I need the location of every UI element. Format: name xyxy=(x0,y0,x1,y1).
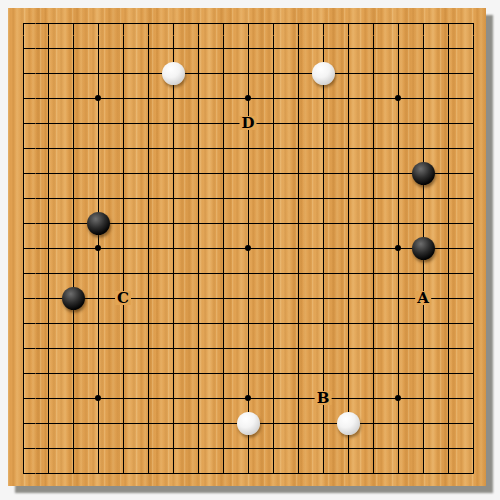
intersection[interactable] xyxy=(286,211,311,236)
intersection[interactable] xyxy=(236,411,261,436)
intersection[interactable] xyxy=(461,36,486,61)
intersection[interactable] xyxy=(361,136,386,161)
intersection[interactable] xyxy=(186,86,211,111)
intersection[interactable] xyxy=(11,161,36,186)
intersection[interactable] xyxy=(11,461,36,486)
intersection[interactable] xyxy=(36,461,61,486)
intersection[interactable] xyxy=(211,236,236,261)
intersection[interactable] xyxy=(236,311,261,336)
intersection[interactable] xyxy=(411,236,436,261)
intersection[interactable] xyxy=(136,336,161,361)
intersection[interactable]: B xyxy=(311,386,336,411)
intersection[interactable] xyxy=(161,236,186,261)
intersection[interactable] xyxy=(336,336,361,361)
intersection[interactable] xyxy=(236,11,261,36)
intersection[interactable] xyxy=(436,186,461,211)
intersection[interactable] xyxy=(161,361,186,386)
intersection[interactable] xyxy=(436,336,461,361)
intersection[interactable] xyxy=(61,261,86,286)
intersection[interactable] xyxy=(236,361,261,386)
intersection[interactable] xyxy=(411,186,436,211)
intersection[interactable] xyxy=(311,311,336,336)
intersection[interactable] xyxy=(11,86,36,111)
intersection[interactable] xyxy=(186,411,211,436)
intersection[interactable]: A xyxy=(411,286,436,311)
intersection[interactable] xyxy=(286,311,311,336)
intersection[interactable] xyxy=(361,361,386,386)
intersection[interactable] xyxy=(361,311,386,336)
intersection[interactable] xyxy=(161,136,186,161)
intersection[interactable] xyxy=(61,361,86,386)
intersection[interactable] xyxy=(111,61,136,86)
intersection[interactable] xyxy=(361,61,386,86)
intersection[interactable] xyxy=(386,286,411,311)
intersection[interactable] xyxy=(411,436,436,461)
intersection[interactable] xyxy=(86,336,111,361)
intersection[interactable] xyxy=(236,261,261,286)
intersection[interactable] xyxy=(136,186,161,211)
intersection[interactable] xyxy=(336,411,361,436)
intersection[interactable] xyxy=(61,86,86,111)
intersection[interactable] xyxy=(111,261,136,286)
intersection[interactable] xyxy=(11,236,36,261)
intersection[interactable] xyxy=(361,211,386,236)
intersection[interactable] xyxy=(61,311,86,336)
intersection[interactable] xyxy=(311,161,336,186)
intersection[interactable] xyxy=(461,211,486,236)
intersection[interactable] xyxy=(111,361,136,386)
intersection[interactable] xyxy=(261,336,286,361)
intersection[interactable] xyxy=(211,61,236,86)
intersection[interactable] xyxy=(386,336,411,361)
intersection[interactable] xyxy=(211,161,236,186)
intersection[interactable] xyxy=(386,11,411,36)
intersection[interactable] xyxy=(161,461,186,486)
intersection[interactable] xyxy=(361,11,386,36)
label-B[interactable]: B xyxy=(315,391,332,405)
intersection[interactable] xyxy=(111,161,136,186)
intersection[interactable] xyxy=(186,61,211,86)
intersection[interactable] xyxy=(261,436,286,461)
intersection[interactable] xyxy=(36,261,61,286)
intersection[interactable] xyxy=(36,386,61,411)
intersection[interactable] xyxy=(111,11,136,36)
intersection[interactable] xyxy=(11,386,36,411)
intersection[interactable] xyxy=(461,186,486,211)
intersection[interactable] xyxy=(436,111,461,136)
intersection[interactable] xyxy=(136,61,161,86)
intersection[interactable] xyxy=(386,461,411,486)
intersection[interactable] xyxy=(336,61,361,86)
intersection[interactable] xyxy=(86,386,111,411)
intersection[interactable] xyxy=(111,211,136,236)
intersection[interactable] xyxy=(261,11,286,36)
intersection[interactable] xyxy=(336,236,361,261)
intersection[interactable] xyxy=(36,311,61,336)
intersection[interactable] xyxy=(286,186,311,211)
intersection[interactable] xyxy=(261,461,286,486)
intersection[interactable] xyxy=(286,411,311,436)
intersection[interactable] xyxy=(136,236,161,261)
intersection[interactable] xyxy=(311,286,336,311)
intersection[interactable] xyxy=(61,11,86,36)
intersection[interactable] xyxy=(436,461,461,486)
intersection[interactable] xyxy=(136,211,161,236)
intersection[interactable] xyxy=(86,136,111,161)
intersection[interactable] xyxy=(311,11,336,36)
intersection[interactable] xyxy=(461,61,486,86)
intersection[interactable] xyxy=(311,336,336,361)
intersection[interactable] xyxy=(336,436,361,461)
intersection[interactable] xyxy=(236,436,261,461)
intersection[interactable] xyxy=(11,361,36,386)
intersection[interactable] xyxy=(61,161,86,186)
intersection[interactable] xyxy=(261,186,286,211)
intersection[interactable] xyxy=(411,361,436,386)
intersection[interactable] xyxy=(211,211,236,236)
intersection[interactable] xyxy=(411,261,436,286)
intersection[interactable] xyxy=(461,311,486,336)
intersection[interactable] xyxy=(186,11,211,36)
intersection[interactable] xyxy=(411,11,436,36)
intersection[interactable] xyxy=(236,286,261,311)
intersection[interactable] xyxy=(461,411,486,436)
intersection[interactable] xyxy=(161,36,186,61)
intersection[interactable] xyxy=(211,111,236,136)
intersection[interactable] xyxy=(411,311,436,336)
intersection[interactable] xyxy=(236,211,261,236)
intersection[interactable] xyxy=(461,11,486,36)
intersection[interactable] xyxy=(361,236,386,261)
intersection[interactable] xyxy=(186,236,211,261)
intersection[interactable] xyxy=(161,436,186,461)
intersection[interactable] xyxy=(236,236,261,261)
intersection[interactable] xyxy=(161,161,186,186)
intersection[interactable] xyxy=(11,211,36,236)
intersection[interactable] xyxy=(361,161,386,186)
intersection[interactable] xyxy=(161,261,186,286)
intersection[interactable] xyxy=(436,311,461,336)
intersection[interactable] xyxy=(36,161,61,186)
intersection[interactable] xyxy=(36,336,61,361)
intersection[interactable] xyxy=(436,161,461,186)
intersection[interactable] xyxy=(261,211,286,236)
intersection[interactable] xyxy=(236,186,261,211)
label-A[interactable]: A xyxy=(415,291,431,305)
intersection[interactable] xyxy=(211,461,236,486)
intersection[interactable] xyxy=(136,11,161,36)
intersection[interactable] xyxy=(211,136,236,161)
intersection[interactable] xyxy=(311,86,336,111)
intersection[interactable] xyxy=(61,211,86,236)
intersection[interactable] xyxy=(86,461,111,486)
intersection[interactable] xyxy=(286,111,311,136)
intersection[interactable] xyxy=(86,111,111,136)
intersection[interactable] xyxy=(36,111,61,136)
intersection[interactable] xyxy=(111,36,136,61)
intersection[interactable] xyxy=(161,211,186,236)
intersection[interactable] xyxy=(286,461,311,486)
intersection[interactable] xyxy=(111,111,136,136)
intersection[interactable] xyxy=(436,136,461,161)
label-D[interactable]: D xyxy=(239,116,256,130)
intersection[interactable] xyxy=(461,386,486,411)
intersection[interactable] xyxy=(11,186,36,211)
intersection[interactable] xyxy=(386,86,411,111)
intersection[interactable] xyxy=(36,36,61,61)
intersection[interactable] xyxy=(211,386,236,411)
intersection[interactable] xyxy=(211,186,236,211)
intersection[interactable] xyxy=(386,361,411,386)
intersection[interactable] xyxy=(311,186,336,211)
intersection[interactable] xyxy=(336,161,361,186)
intersection[interactable] xyxy=(436,36,461,61)
intersection[interactable] xyxy=(386,211,411,236)
intersection[interactable] xyxy=(36,186,61,211)
intersection[interactable] xyxy=(11,311,36,336)
intersection[interactable] xyxy=(111,411,136,436)
intersection[interactable] xyxy=(186,286,211,311)
intersection[interactable] xyxy=(61,61,86,86)
intersection[interactable] xyxy=(436,436,461,461)
intersection[interactable] xyxy=(311,411,336,436)
intersection[interactable] xyxy=(11,136,36,161)
intersection[interactable] xyxy=(361,111,386,136)
intersection[interactable] xyxy=(111,186,136,211)
intersection[interactable] xyxy=(361,36,386,61)
intersection[interactable] xyxy=(336,211,361,236)
intersection[interactable] xyxy=(261,36,286,61)
intersection[interactable] xyxy=(236,336,261,361)
intersection[interactable] xyxy=(61,111,86,136)
intersection[interactable] xyxy=(436,61,461,86)
intersection[interactable] xyxy=(36,211,61,236)
intersection[interactable] xyxy=(436,86,461,111)
intersection[interactable] xyxy=(286,161,311,186)
intersection[interactable] xyxy=(161,61,186,86)
intersection[interactable] xyxy=(136,386,161,411)
intersection[interactable] xyxy=(86,61,111,86)
intersection[interactable] xyxy=(136,411,161,436)
intersection[interactable] xyxy=(461,111,486,136)
intersection[interactable] xyxy=(211,36,236,61)
intersection[interactable] xyxy=(111,136,136,161)
intersection[interactable] xyxy=(11,286,36,311)
intersection[interactable]: C xyxy=(111,286,136,311)
intersection[interactable] xyxy=(411,411,436,436)
intersection[interactable] xyxy=(136,136,161,161)
intersection[interactable] xyxy=(336,261,361,286)
intersection[interactable] xyxy=(11,11,36,36)
intersection[interactable] xyxy=(336,11,361,36)
intersection[interactable] xyxy=(386,236,411,261)
intersection[interactable] xyxy=(211,286,236,311)
intersection[interactable] xyxy=(136,436,161,461)
intersection[interactable] xyxy=(236,461,261,486)
intersection[interactable] xyxy=(186,111,211,136)
intersection[interactable] xyxy=(311,211,336,236)
intersection[interactable] xyxy=(111,86,136,111)
intersection[interactable] xyxy=(86,311,111,336)
intersection[interactable] xyxy=(36,411,61,436)
intersection[interactable] xyxy=(386,161,411,186)
intersection[interactable] xyxy=(61,411,86,436)
intersection[interactable] xyxy=(311,111,336,136)
intersection[interactable] xyxy=(311,61,336,86)
intersection[interactable] xyxy=(36,136,61,161)
intersection[interactable] xyxy=(211,261,236,286)
intersection[interactable] xyxy=(336,461,361,486)
intersection[interactable] xyxy=(261,311,286,336)
intersection[interactable] xyxy=(186,186,211,211)
intersection[interactable] xyxy=(11,411,36,436)
intersection[interactable] xyxy=(386,261,411,286)
intersection[interactable] xyxy=(311,436,336,461)
intersection[interactable] xyxy=(361,186,386,211)
intersection[interactable] xyxy=(336,136,361,161)
intersection[interactable] xyxy=(136,461,161,486)
intersection[interactable] xyxy=(36,236,61,261)
intersection[interactable] xyxy=(36,11,61,36)
intersection[interactable] xyxy=(161,86,186,111)
intersection[interactable] xyxy=(336,36,361,61)
intersection[interactable] xyxy=(286,286,311,311)
intersection[interactable] xyxy=(336,361,361,386)
intersection[interactable] xyxy=(361,86,386,111)
intersection[interactable] xyxy=(36,61,61,86)
intersection[interactable] xyxy=(461,236,486,261)
intersection[interactable] xyxy=(61,136,86,161)
intersection[interactable] xyxy=(361,411,386,436)
intersection[interactable] xyxy=(186,311,211,336)
intersection[interactable] xyxy=(386,36,411,61)
intersection[interactable] xyxy=(436,236,461,261)
intersection[interactable] xyxy=(136,261,161,286)
intersection[interactable] xyxy=(436,11,461,36)
intersection[interactable]: D xyxy=(236,111,261,136)
intersection[interactable] xyxy=(461,86,486,111)
intersection[interactable] xyxy=(136,161,161,186)
intersection[interactable] xyxy=(461,461,486,486)
intersection[interactable] xyxy=(461,336,486,361)
label-C[interactable]: C xyxy=(115,291,131,305)
intersection[interactable] xyxy=(211,11,236,36)
intersection[interactable] xyxy=(286,261,311,286)
intersection[interactable] xyxy=(286,386,311,411)
intersection[interactable] xyxy=(211,336,236,361)
intersection[interactable] xyxy=(61,36,86,61)
intersection[interactable] xyxy=(136,361,161,386)
intersection[interactable] xyxy=(111,386,136,411)
intersection[interactable] xyxy=(86,361,111,386)
intersection[interactable] xyxy=(261,386,286,411)
intersection[interactable] xyxy=(11,436,36,461)
intersection[interactable] xyxy=(261,111,286,136)
intersection[interactable] xyxy=(461,261,486,286)
intersection[interactable] xyxy=(186,261,211,286)
intersection[interactable] xyxy=(211,86,236,111)
intersection[interactable] xyxy=(461,286,486,311)
intersection[interactable] xyxy=(61,386,86,411)
intersection[interactable] xyxy=(286,236,311,261)
intersection[interactable] xyxy=(111,336,136,361)
intersection[interactable] xyxy=(286,86,311,111)
intersection[interactable] xyxy=(11,36,36,61)
intersection[interactable] xyxy=(336,286,361,311)
intersection[interactable] xyxy=(311,261,336,286)
intersection[interactable] xyxy=(411,36,436,61)
intersection[interactable] xyxy=(261,261,286,286)
intersection[interactable] xyxy=(11,261,36,286)
intersection[interactable] xyxy=(461,361,486,386)
intersection[interactable] xyxy=(286,436,311,461)
intersection[interactable] xyxy=(211,311,236,336)
intersection[interactable] xyxy=(436,411,461,436)
intersection[interactable] xyxy=(161,111,186,136)
intersection[interactable] xyxy=(86,261,111,286)
intersection[interactable] xyxy=(186,386,211,411)
intersection[interactable] xyxy=(461,436,486,461)
intersection[interactable] xyxy=(186,36,211,61)
intersection[interactable] xyxy=(61,461,86,486)
intersection[interactable] xyxy=(311,461,336,486)
intersection[interactable] xyxy=(436,361,461,386)
intersection[interactable] xyxy=(86,411,111,436)
intersection[interactable] xyxy=(386,311,411,336)
intersection[interactable] xyxy=(411,161,436,186)
intersection[interactable] xyxy=(461,161,486,186)
intersection[interactable] xyxy=(361,461,386,486)
intersection[interactable] xyxy=(336,111,361,136)
intersection[interactable] xyxy=(286,136,311,161)
intersection[interactable] xyxy=(286,61,311,86)
intersection[interactable] xyxy=(61,336,86,361)
intersection[interactable] xyxy=(186,461,211,486)
intersection[interactable] xyxy=(361,261,386,286)
intersection[interactable] xyxy=(386,436,411,461)
intersection[interactable] xyxy=(336,86,361,111)
intersection[interactable] xyxy=(411,336,436,361)
intersection[interactable] xyxy=(236,61,261,86)
intersection[interactable] xyxy=(86,211,111,236)
intersection[interactable] xyxy=(161,311,186,336)
intersection[interactable] xyxy=(36,286,61,311)
intersection[interactable] xyxy=(86,11,111,36)
intersection[interactable] xyxy=(261,286,286,311)
intersection[interactable] xyxy=(311,136,336,161)
intersection[interactable] xyxy=(411,86,436,111)
intersection[interactable] xyxy=(261,61,286,86)
intersection[interactable] xyxy=(86,86,111,111)
intersection[interactable] xyxy=(136,36,161,61)
intersection[interactable] xyxy=(311,361,336,386)
intersection[interactable] xyxy=(11,336,36,361)
intersection[interactable] xyxy=(336,386,361,411)
intersection[interactable] xyxy=(111,236,136,261)
intersection[interactable] xyxy=(211,436,236,461)
intersection[interactable] xyxy=(261,411,286,436)
intersection[interactable] xyxy=(186,361,211,386)
intersection[interactable] xyxy=(61,236,86,261)
intersection[interactable] xyxy=(336,311,361,336)
intersection[interactable] xyxy=(186,136,211,161)
intersection[interactable] xyxy=(36,86,61,111)
intersection[interactable] xyxy=(36,361,61,386)
intersection[interactable] xyxy=(61,436,86,461)
intersection[interactable] xyxy=(186,211,211,236)
intersection[interactable] xyxy=(61,286,86,311)
intersection[interactable] xyxy=(236,86,261,111)
